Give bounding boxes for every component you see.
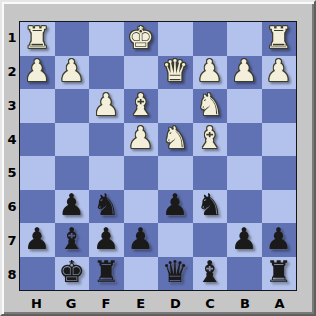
file-label-c: C <box>193 292 228 314</box>
file-label-a: A <box>262 292 297 314</box>
square-h6[interactable] <box>20 190 55 224</box>
square-g7[interactable]: ♝ <box>55 223 90 257</box>
square-d4[interactable]: ♞ <box>158 123 193 157</box>
chess-board: ♜♚♜♟♟♛♟♟♟♟♝♞♟♞♝♟♞♟♞♟♝♟♟♟♟♚♜♛♝♜ <box>19 21 297 291</box>
square-b8[interactable] <box>227 257 262 291</box>
square-e2[interactable] <box>124 56 159 90</box>
rank-label-4: 4 <box>5 122 19 156</box>
file-label-e: E <box>123 292 158 314</box>
black-bishop: ♝ <box>58 224 85 254</box>
square-e4[interactable]: ♟ <box>124 123 159 157</box>
square-g4[interactable] <box>55 123 90 157</box>
square-a6[interactable] <box>262 190 297 224</box>
square-c8[interactable]: ♝ <box>193 257 228 291</box>
square-d2[interactable]: ♛ <box>158 56 193 90</box>
square-g2[interactable]: ♟ <box>55 56 90 90</box>
white-rook: ♜ <box>24 23 51 53</box>
square-h3[interactable] <box>20 89 55 123</box>
black-pawn: ♟ <box>127 224 154 254</box>
square-f8[interactable]: ♜ <box>89 257 124 291</box>
white-pawn: ♟ <box>24 56 51 86</box>
square-f5[interactable] <box>89 156 124 190</box>
square-b6[interactable] <box>227 190 262 224</box>
square-h4[interactable] <box>20 123 55 157</box>
square-c4[interactable]: ♝ <box>193 123 228 157</box>
black-pawn: ♟ <box>58 190 85 220</box>
square-f3[interactable]: ♟ <box>89 89 124 123</box>
square-d7[interactable] <box>158 223 193 257</box>
rank-label-2: 2 <box>5 55 19 89</box>
white-bishop: ♝ <box>196 123 223 153</box>
square-b3[interactable] <box>227 89 262 123</box>
square-f4[interactable] <box>89 123 124 157</box>
square-d5[interactable] <box>158 156 193 190</box>
square-c3[interactable]: ♞ <box>193 89 228 123</box>
square-e1[interactable]: ♚ <box>124 22 159 56</box>
square-g1[interactable] <box>55 22 90 56</box>
white-knight: ♞ <box>162 123 189 153</box>
square-e8[interactable] <box>124 257 159 291</box>
square-b7[interactable]: ♟ <box>227 223 262 257</box>
square-g5[interactable] <box>55 156 90 190</box>
square-a4[interactable] <box>262 123 297 157</box>
square-d8[interactable]: ♛ <box>158 257 193 291</box>
black-king: ♚ <box>58 257 85 287</box>
square-c6[interactable]: ♞ <box>193 190 228 224</box>
black-knight: ♞ <box>93 190 120 220</box>
rank-labels: 12345678 <box>5 21 19 291</box>
board-frame: 12345678 ♜♚♜♟♟♛♟♟♟♟♝♞♟♞♝♟♞♟♞♟♝♟♟♟♟♚♜♛♝♜ … <box>0 0 316 316</box>
rank-label-7: 7 <box>5 224 19 258</box>
square-h7[interactable]: ♟ <box>20 223 55 257</box>
square-c2[interactable]: ♟ <box>193 56 228 90</box>
rank-label-8: 8 <box>5 257 19 291</box>
square-g3[interactable] <box>55 89 90 123</box>
square-f6[interactable]: ♞ <box>89 190 124 224</box>
square-g8[interactable]: ♚ <box>55 257 90 291</box>
white-pawn: ♟ <box>231 56 258 86</box>
square-b2[interactable]: ♟ <box>227 56 262 90</box>
square-g6[interactable]: ♟ <box>55 190 90 224</box>
rank-label-1: 1 <box>5 21 19 55</box>
white-knight: ♞ <box>196 90 223 120</box>
file-labels: HGFEDCBA <box>19 292 297 314</box>
white-pawn: ♟ <box>93 90 120 120</box>
black-knight: ♞ <box>196 190 223 220</box>
black-pawn: ♟ <box>162 190 189 220</box>
rank-label-3: 3 <box>5 89 19 123</box>
black-pawn: ♟ <box>93 224 120 254</box>
square-a8[interactable]: ♜ <box>262 257 297 291</box>
square-e5[interactable] <box>124 156 159 190</box>
file-label-g: G <box>54 292 89 314</box>
square-e6[interactable] <box>124 190 159 224</box>
square-e7[interactable]: ♟ <box>124 223 159 257</box>
black-rook: ♜ <box>93 257 120 287</box>
square-d6[interactable]: ♟ <box>158 190 193 224</box>
square-a5[interactable] <box>262 156 297 190</box>
black-pawn: ♟ <box>265 224 292 254</box>
square-h2[interactable]: ♟ <box>20 56 55 90</box>
square-c7[interactable] <box>193 223 228 257</box>
square-d3[interactable] <box>158 89 193 123</box>
square-d1[interactable] <box>158 22 193 56</box>
white-rook: ♜ <box>265 23 292 53</box>
file-label-b: B <box>228 292 263 314</box>
square-h8[interactable] <box>20 257 55 291</box>
square-h5[interactable] <box>20 156 55 190</box>
black-pawn: ♟ <box>231 224 258 254</box>
square-f1[interactable] <box>89 22 124 56</box>
white-pawn: ♟ <box>58 56 85 86</box>
white-queen: ♛ <box>162 56 189 86</box>
white-pawn: ♟ <box>196 56 223 86</box>
square-b4[interactable] <box>227 123 262 157</box>
white-bishop: ♝ <box>127 90 154 120</box>
square-a2[interactable]: ♟ <box>262 56 297 90</box>
black-queen: ♛ <box>162 257 189 287</box>
black-pawn: ♟ <box>24 224 51 254</box>
square-c1[interactable] <box>193 22 228 56</box>
white-king: ♚ <box>127 23 154 53</box>
square-b5[interactable] <box>227 156 262 190</box>
square-h1[interactable]: ♜ <box>20 22 55 56</box>
file-label-f: F <box>89 292 124 314</box>
white-pawn: ♟ <box>127 123 154 153</box>
black-rook: ♜ <box>265 257 292 287</box>
square-a7[interactable]: ♟ <box>262 223 297 257</box>
square-a3[interactable] <box>262 89 297 123</box>
white-pawn: ♟ <box>265 56 292 86</box>
file-label-h: H <box>19 292 54 314</box>
file-label-d: D <box>158 292 193 314</box>
square-b1[interactable] <box>227 22 262 56</box>
square-f7[interactable]: ♟ <box>89 223 124 257</box>
square-f2[interactable] <box>89 56 124 90</box>
square-a1[interactable]: ♜ <box>262 22 297 56</box>
black-bishop: ♝ <box>196 257 223 287</box>
rank-label-5: 5 <box>5 156 19 190</box>
square-e3[interactable]: ♝ <box>124 89 159 123</box>
rank-label-6: 6 <box>5 190 19 224</box>
square-c5[interactable] <box>193 156 228 190</box>
